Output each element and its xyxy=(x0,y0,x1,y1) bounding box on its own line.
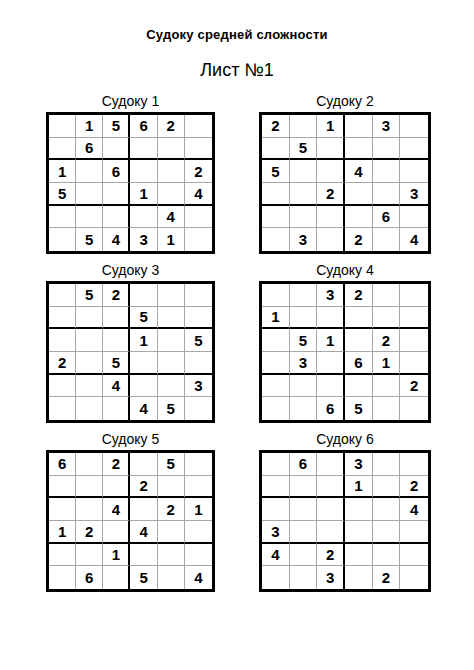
sudoku-cell-r2c1: 1 xyxy=(262,307,290,330)
sudoku-cell-r5c1 xyxy=(49,544,76,567)
sudoku-cell-r3c2: 5 xyxy=(290,329,318,352)
sudoku-cell-r3c4: 4 xyxy=(345,160,373,183)
sudoku-cell-r1c5: 2 xyxy=(158,115,185,138)
sudoku-grid-1: 1562616251445431 xyxy=(46,112,215,254)
sudoku-cell-r6c6 xyxy=(185,397,212,420)
sudoku-cell-r1c1: 6 xyxy=(49,453,76,476)
sudoku-cell-r5c6 xyxy=(185,544,212,567)
sudoku-cell-r5c3: 4 xyxy=(103,375,130,398)
sudoku-cell-r5c3 xyxy=(317,375,345,398)
sudoku-cell-r6c2: 6 xyxy=(76,566,103,589)
sudoku-cell-r4c2 xyxy=(76,352,103,375)
sudoku-cell-r1c3: 1 xyxy=(317,115,345,138)
sudoku-cell-r6c5 xyxy=(158,566,185,589)
sudoku-cell-r2c2 xyxy=(76,476,103,499)
sudoku-cell-r6c4: 4 xyxy=(130,397,157,420)
sudoku-cell-r1c1 xyxy=(262,284,290,307)
sudoku-cell-r2c4 xyxy=(345,307,373,330)
sudoku-cell-r6c1 xyxy=(262,228,290,251)
sudoku-cell-r4c6 xyxy=(185,352,212,375)
sudoku-cell-r3c6: 2 xyxy=(185,160,212,183)
sudoku-cell-r4c2: 2 xyxy=(76,521,103,544)
sudoku-cell-r6c6 xyxy=(185,228,212,251)
sudoku-cell-r6c4: 5 xyxy=(130,566,157,589)
sudoku-cell-r5c6: 2 xyxy=(400,375,428,398)
puzzle-block-1: Судоку 1 1562616251445431 xyxy=(46,92,215,254)
sudoku-cell-r5c3 xyxy=(103,206,130,229)
sudoku-cell-r5c4 xyxy=(345,206,373,229)
sudoku-cell-r1c1 xyxy=(262,453,290,476)
sudoku-cell-r4c5 xyxy=(158,183,185,206)
sudoku-cell-r4c6 xyxy=(185,521,212,544)
sudoku-cell-r5c4 xyxy=(345,375,373,398)
sudoku-cell-r5c5 xyxy=(373,375,401,398)
sudoku-grid-2: 213554236324 xyxy=(259,112,431,254)
sudoku-cell-r3c1: 1 xyxy=(49,160,76,183)
sudoku-cell-r2c1 xyxy=(262,138,290,161)
sudoku-cell-r5c2 xyxy=(290,375,318,398)
puzzle-block-3: Судоку 3 52515254345 xyxy=(46,261,215,423)
sudoku-cell-r3c6: 5 xyxy=(185,329,212,352)
sudoku-cell-r6c5: 5 xyxy=(158,397,185,420)
sudoku-cell-r4c4 xyxy=(130,352,157,375)
sudoku-cell-r4c4 xyxy=(345,183,373,206)
worksheet-page: Судоку средней сложности Лист №1 Судоку … xyxy=(0,0,474,670)
sudoku-cell-r6c5 xyxy=(373,228,401,251)
sudoku-cell-r6c6: 4 xyxy=(400,228,428,251)
sudoku-cell-r5c2 xyxy=(76,544,103,567)
sudoku-cell-r1c2 xyxy=(76,453,103,476)
sudoku-cell-r1c2: 1 xyxy=(76,115,103,138)
sudoku-grid-4: 321512361265 xyxy=(259,281,431,423)
sudoku-grid-3: 52515254345 xyxy=(46,281,215,423)
sudoku-cell-r3c5: 2 xyxy=(158,498,185,521)
sudoku-cell-r4c4 xyxy=(345,521,373,544)
sudoku-cell-r2c5 xyxy=(158,307,185,330)
sudoku-cell-r6c1 xyxy=(262,397,290,420)
sudoku-cell-r6c3 xyxy=(317,228,345,251)
sudoku-cell-r3c4 xyxy=(345,329,373,352)
sudoku-cell-r5c3 xyxy=(317,206,345,229)
sudoku-cell-r6c2 xyxy=(76,397,103,420)
sudoku-cell-r5c4 xyxy=(130,544,157,567)
sudoku-cell-r3c5: 2 xyxy=(373,329,401,352)
sudoku-cell-r5c1 xyxy=(262,375,290,398)
sudoku-cell-r4c6: 4 xyxy=(185,183,212,206)
sudoku-cell-r3c1 xyxy=(49,329,76,352)
sudoku-cell-r3c4 xyxy=(130,160,157,183)
sudoku-cell-r1c3: 3 xyxy=(317,284,345,307)
sudoku-cell-r1c3 xyxy=(317,453,345,476)
sudoku-cell-r4c5 xyxy=(373,183,401,206)
sudoku-cell-r5c6 xyxy=(400,206,428,229)
sudoku-cell-r1c1 xyxy=(49,115,76,138)
sudoku-cell-r4c4: 4 xyxy=(130,521,157,544)
puzzle-block-6: Судоку 6 6312434232 xyxy=(259,430,431,592)
puzzle-4-title: Судоку 4 xyxy=(259,261,431,281)
sudoku-cell-r3c1: 5 xyxy=(262,160,290,183)
sudoku-cell-r3c1 xyxy=(262,329,290,352)
sudoku-cell-r6c2 xyxy=(290,566,318,589)
sudoku-cell-r1c6 xyxy=(400,453,428,476)
sudoku-cell-r6c2: 5 xyxy=(76,228,103,251)
sudoku-cell-r2c6: 2 xyxy=(400,476,428,499)
sudoku-cell-r4c6 xyxy=(400,352,428,375)
sudoku-cell-r4c1 xyxy=(262,183,290,206)
sudoku-cell-r6c3: 3 xyxy=(317,566,345,589)
sudoku-cell-r1c5 xyxy=(373,453,401,476)
sudoku-cell-r3c2 xyxy=(76,160,103,183)
sudoku-cell-r3c3 xyxy=(103,329,130,352)
puzzle-block-4: Судоку 4 321512361265 xyxy=(259,261,431,423)
sudoku-cell-r5c2 xyxy=(290,544,318,567)
sudoku-cell-r6c4 xyxy=(345,566,373,589)
sudoku-cell-r3c3: 1 xyxy=(317,329,345,352)
sudoku-cell-r3c3: 4 xyxy=(103,498,130,521)
sudoku-cell-r4c2: 3 xyxy=(290,352,318,375)
sudoku-cell-r2c1 xyxy=(49,307,76,330)
sudoku-cell-r2c5 xyxy=(158,138,185,161)
sudoku-cell-r4c2 xyxy=(290,183,318,206)
sudoku-cell-r5c6: 3 xyxy=(185,375,212,398)
sudoku-cell-r3c4 xyxy=(345,498,373,521)
sudoku-cell-r5c5 xyxy=(158,544,185,567)
sudoku-cell-r5c5: 6 xyxy=(373,206,401,229)
sudoku-cell-r1c3: 2 xyxy=(103,453,130,476)
sudoku-cell-r5c2 xyxy=(76,206,103,229)
puzzle-2-title: Судоку 2 xyxy=(259,92,431,112)
sudoku-cell-r6c3 xyxy=(103,397,130,420)
sudoku-cell-r2c3 xyxy=(103,307,130,330)
sudoku-cell-r6c4: 3 xyxy=(130,228,157,251)
sudoku-cell-r6c1 xyxy=(49,397,76,420)
sudoku-cell-r4c1 xyxy=(262,352,290,375)
sudoku-cell-r2c3 xyxy=(317,476,345,499)
sudoku-cell-r2c1 xyxy=(49,138,76,161)
sudoku-cell-r4c3 xyxy=(103,521,130,544)
sudoku-cell-r6c1 xyxy=(49,566,76,589)
sudoku-cell-r3c3 xyxy=(317,498,345,521)
sudoku-cell-r2c5 xyxy=(373,138,401,161)
sudoku-cell-r2c6 xyxy=(400,138,428,161)
sheet-number: Лист №1 xyxy=(0,60,474,81)
sudoku-cell-r4c3: 5 xyxy=(103,352,130,375)
sudoku-cell-r4c1: 1 xyxy=(49,521,76,544)
sudoku-cell-r2c2: 5 xyxy=(290,138,318,161)
sudoku-cell-r3c3: 6 xyxy=(103,160,130,183)
sudoku-cell-r1c6 xyxy=(185,284,212,307)
sudoku-cell-r1c5: 5 xyxy=(158,453,185,476)
sudoku-cell-r6c3: 6 xyxy=(317,397,345,420)
sudoku-cell-r1c1: 2 xyxy=(262,115,290,138)
sudoku-cell-r5c3: 2 xyxy=(317,544,345,567)
sudoku-cell-r4c3: 2 xyxy=(317,183,345,206)
sudoku-cell-r1c3: 5 xyxy=(103,115,130,138)
sudoku-cell-r5c4 xyxy=(130,375,157,398)
sudoku-cell-r1c3: 2 xyxy=(103,284,130,307)
sudoku-cell-r5c5 xyxy=(158,375,185,398)
sudoku-cell-r3c6 xyxy=(400,160,428,183)
sudoku-cell-r4c5: 1 xyxy=(373,352,401,375)
sudoku-cell-r2c6 xyxy=(185,307,212,330)
sudoku-cell-r5c1: 4 xyxy=(262,544,290,567)
sudoku-cell-r3c5 xyxy=(373,498,401,521)
sudoku-cell-r2c1 xyxy=(49,476,76,499)
sudoku-cell-r1c1 xyxy=(49,284,76,307)
sudoku-cell-r4c1: 5 xyxy=(49,183,76,206)
sudoku-cell-r2c1 xyxy=(262,476,290,499)
sudoku-cell-r1c4 xyxy=(130,284,157,307)
sudoku-cell-r2c6 xyxy=(185,138,212,161)
sudoku-cell-r3c6 xyxy=(400,329,428,352)
sudoku-cell-r1c4 xyxy=(130,453,157,476)
sudoku-cell-r1c2: 6 xyxy=(290,453,318,476)
sudoku-cell-r5c3: 1 xyxy=(103,544,130,567)
sudoku-cell-r3c2 xyxy=(76,329,103,352)
sudoku-cell-r5c2 xyxy=(290,206,318,229)
sudoku-cell-r2c3 xyxy=(103,138,130,161)
sudoku-cell-r2c4: 1 xyxy=(345,476,373,499)
sudoku-cell-r3c1 xyxy=(49,498,76,521)
sudoku-cell-r3c5 xyxy=(158,329,185,352)
sudoku-cell-r6c2: 3 xyxy=(290,228,318,251)
sudoku-cell-r3c6: 1 xyxy=(185,498,212,521)
sudoku-cell-r4c2 xyxy=(76,183,103,206)
sudoku-cell-r1c6 xyxy=(185,115,212,138)
sudoku-cell-r6c6: 4 xyxy=(185,566,212,589)
sudoku-cell-r1c4: 6 xyxy=(130,115,157,138)
sudoku-cell-r1c5: 3 xyxy=(373,115,401,138)
sudoku-cell-r4c3 xyxy=(317,521,345,544)
puzzle-block-5: Судоку 5 62524211241654 xyxy=(46,430,215,592)
sudoku-cell-r6c5: 1 xyxy=(158,228,185,251)
sudoku-cell-r2c6 xyxy=(400,307,428,330)
sudoku-grid-5: 62524211241654 xyxy=(46,450,215,592)
sudoku-cell-r2c4 xyxy=(130,138,157,161)
sudoku-cell-r2c5 xyxy=(373,476,401,499)
sudoku-cell-r2c2 xyxy=(76,307,103,330)
sudoku-cell-r3c5 xyxy=(158,160,185,183)
puzzle-5-title: Судоку 5 xyxy=(46,430,215,450)
sudoku-cell-r6c2 xyxy=(290,397,318,420)
sudoku-cell-r6c6 xyxy=(400,397,428,420)
sudoku-cell-r5c5: 4 xyxy=(158,206,185,229)
sudoku-cell-r4c2 xyxy=(290,521,318,544)
sudoku-cell-r1c6 xyxy=(400,115,428,138)
sudoku-cell-r6c5: 2 xyxy=(373,566,401,589)
sudoku-cell-r6c4: 2 xyxy=(345,228,373,251)
sudoku-cell-r2c3 xyxy=(317,307,345,330)
sudoku-cell-r2c5 xyxy=(373,307,401,330)
sudoku-cell-r3c2 xyxy=(76,498,103,521)
sudoku-cell-r6c3 xyxy=(103,566,130,589)
sudoku-cell-r3c5 xyxy=(373,160,401,183)
sudoku-cell-r1c5 xyxy=(373,284,401,307)
sudoku-cell-r1c2: 5 xyxy=(76,284,103,307)
sudoku-cell-r5c1 xyxy=(262,206,290,229)
sudoku-cell-r2c3 xyxy=(103,476,130,499)
sudoku-cell-r3c4: 1 xyxy=(130,329,157,352)
sudoku-cell-r1c2 xyxy=(290,284,318,307)
sudoku-cell-r4c4: 6 xyxy=(345,352,373,375)
sudoku-cell-r6c4: 5 xyxy=(345,397,373,420)
sudoku-cell-r1c4 xyxy=(345,115,373,138)
sudoku-cell-r3c3 xyxy=(317,160,345,183)
puzzle-block-2: Судоку 2 213554236324 xyxy=(259,92,431,254)
sudoku-cell-r3c1 xyxy=(262,498,290,521)
sudoku-cell-r4c1: 3 xyxy=(262,521,290,544)
sudoku-cell-r6c1 xyxy=(49,228,76,251)
page-title: Судоку средней сложности xyxy=(0,27,474,42)
sudoku-cell-r3c6: 4 xyxy=(400,498,428,521)
sudoku-cell-r2c6 xyxy=(185,476,212,499)
sudoku-cell-r1c6 xyxy=(400,284,428,307)
sudoku-cell-r2c3 xyxy=(317,138,345,161)
sudoku-cell-r6c1 xyxy=(262,566,290,589)
sudoku-cell-r2c5 xyxy=(158,476,185,499)
sudoku-cell-r1c2 xyxy=(290,115,318,138)
sudoku-cell-r4c6 xyxy=(400,521,428,544)
sudoku-cell-r4c6: 3 xyxy=(400,183,428,206)
sudoku-cell-r6c5 xyxy=(373,397,401,420)
sudoku-cell-r1c6 xyxy=(185,453,212,476)
sudoku-cell-r4c5 xyxy=(373,521,401,544)
sudoku-cell-r2c4 xyxy=(345,138,373,161)
sudoku-cell-r5c1 xyxy=(49,206,76,229)
sudoku-cell-r6c6 xyxy=(400,566,428,589)
sudoku-cell-r3c4 xyxy=(130,498,157,521)
sudoku-cell-r1c4: 2 xyxy=(345,284,373,307)
sudoku-cell-r2c4: 5 xyxy=(130,307,157,330)
sudoku-cell-r5c2 xyxy=(76,375,103,398)
sudoku-cell-r4c5 xyxy=(158,521,185,544)
sudoku-cell-r4c5 xyxy=(158,352,185,375)
sudoku-cell-r1c4: 3 xyxy=(345,453,373,476)
sudoku-cell-r5c6 xyxy=(185,206,212,229)
sudoku-cell-r5c6 xyxy=(400,544,428,567)
sudoku-cell-r2c4: 2 xyxy=(130,476,157,499)
sudoku-cell-r2c2 xyxy=(290,307,318,330)
sudoku-cell-r3c2 xyxy=(290,160,318,183)
sudoku-cell-r5c4 xyxy=(130,206,157,229)
sudoku-grid-6: 6312434232 xyxy=(259,450,431,592)
sudoku-cell-r5c4 xyxy=(345,544,373,567)
sudoku-cell-r1c5 xyxy=(158,284,185,307)
sudoku-cell-r4c4: 1 xyxy=(130,183,157,206)
sudoku-cell-r5c1 xyxy=(49,375,76,398)
puzzle-1-title: Судоку 1 xyxy=(46,92,215,112)
sudoku-cell-r2c2 xyxy=(290,476,318,499)
sudoku-cell-r3c2 xyxy=(290,498,318,521)
sudoku-cell-r4c3 xyxy=(317,352,345,375)
sudoku-cell-r5c5 xyxy=(373,544,401,567)
sudoku-cell-r2c2: 6 xyxy=(76,138,103,161)
sudoku-cell-r6c3: 4 xyxy=(103,228,130,251)
sudoku-cell-r4c3 xyxy=(103,183,130,206)
puzzle-6-title: Судоку 6 xyxy=(259,430,431,450)
puzzle-3-title: Судоку 3 xyxy=(46,261,215,281)
sudoku-cell-r4c1: 2 xyxy=(49,352,76,375)
